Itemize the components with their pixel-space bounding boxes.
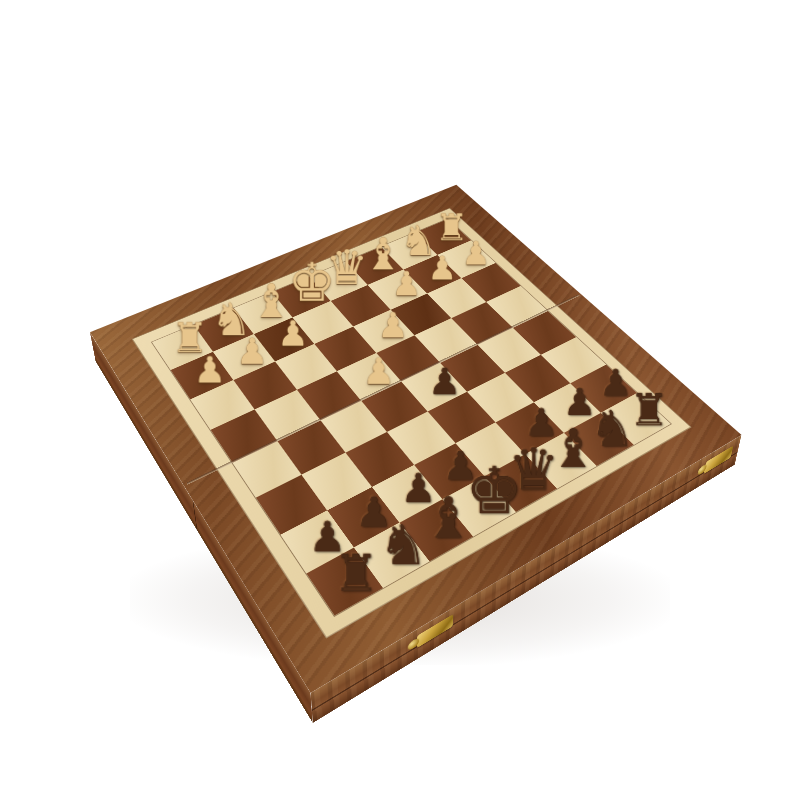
piece-white-pawn-c2: ♟ bbox=[385, 268, 428, 299]
piece-white-pawn-g2: ♟ bbox=[229, 335, 275, 368]
maple-border: ♜♞♝♚♛♝♞♜♟♟♟♟♟♟♟♟♟♟♟♟♟♟♟♟♜♞♝♚♛♝♞♜ bbox=[132, 208, 692, 639]
board-top-face: ♜♞♝♚♛♝♞♜♟♟♟♟♟♟♟♟♟♟♟♟♟♟♟♟♜♞♝♚♛♝♞♜ bbox=[90, 185, 742, 693]
piece-white-king-e1: ♚ bbox=[288, 258, 331, 307]
scene: ♜♞♝♚♛♝♞♜♟♟♟♟♟♟♟♟♟♟♟♟♟♟♟♟♜♞♝♚♛♝♞♜ bbox=[0, 0, 800, 800]
piece-black-pawn-d5: ♟ bbox=[421, 365, 469, 399]
folding-chess-box: ♜♞♝♚♛♝♞♜♟♟♟♟♟♟♟♟♟♟♟♟♟♟♟♟♜♞♝♚♛♝♞♜ bbox=[90, 185, 742, 693]
piece-white-pawn-f2: ♟ bbox=[270, 318, 315, 350]
piece-white-pawn-h2: ♟ bbox=[186, 353, 233, 386]
product-photo-stage: ♜♞♝♚♛♝♞♜♟♟♟♟♟♟♟♟♟♟♟♟♟♟♟♟♜♞♝♚♛♝♞♜ bbox=[0, 0, 800, 800]
piece-black-rook-h8: ♜ bbox=[328, 551, 384, 598]
piece-white-pawn-e4: ♟ bbox=[356, 355, 403, 388]
piece-white-pawn-d3: ♟ bbox=[371, 310, 416, 342]
